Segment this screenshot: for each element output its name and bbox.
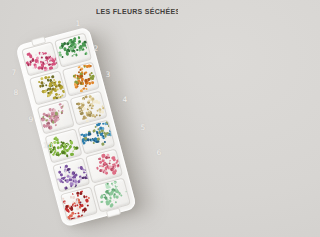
dried-flower-dot	[68, 171, 70, 173]
dried-flower-dot	[66, 154, 69, 157]
dried-flower-dot	[85, 171, 87, 173]
dried-flower-dot	[99, 122, 101, 124]
dried-flower-dot	[75, 54, 78, 57]
number-label-6: 6	[157, 148, 162, 157]
page-title: LES FLEURS SÉCHÉES	[96, 8, 174, 16]
dried-flower-dot	[85, 65, 89, 69]
compartment-12	[60, 186, 98, 221]
dried-flower-dot	[62, 90, 65, 93]
dried-flower-dot	[56, 62, 58, 64]
number-label-1: 1	[76, 19, 81, 28]
dried-flower-dot	[83, 141, 86, 144]
dried-flower-dot	[72, 193, 74, 195]
dried-flower-dot	[92, 142, 94, 144]
dried-flower-dot	[81, 176, 84, 179]
dried-flower-dot	[102, 137, 104, 139]
dried-flower-dot	[62, 198, 64, 200]
dried-flower-dot	[64, 201, 67, 204]
dried-flower-dot	[84, 53, 86, 55]
dried-flower-dot	[70, 152, 74, 156]
dried-flower-dot	[98, 114, 101, 117]
dried-flower-dot	[54, 118, 58, 122]
dried-flower-dot	[84, 95, 88, 99]
dried-flower-dot	[115, 201, 117, 203]
flower-case	[15, 26, 137, 227]
dried-flower-dot	[75, 212, 77, 214]
dried-flower-dot	[90, 107, 92, 109]
dried-flower-dot	[82, 98, 84, 100]
dried-flower-dot	[70, 185, 73, 188]
dried-flower-dot	[114, 169, 117, 172]
dried-flower-dot	[108, 124, 111, 127]
dried-flower-dot	[57, 80, 61, 84]
dried-flower-dot	[87, 204, 89, 206]
compartment-6	[93, 177, 131, 212]
number-label-7: 7	[12, 68, 17, 77]
dried-flower-dot	[66, 52, 70, 56]
product-photo: LES FLEURS SÉCHÉES 123456789101112	[0, 0, 178, 237]
dried-flower-dot	[120, 194, 123, 197]
dried-flower-dot	[79, 192, 82, 195]
dried-flower-dot	[96, 114, 98, 116]
dried-flower-dot	[93, 118, 95, 120]
dried-flower-dot	[82, 215, 85, 218]
dried-flower-dot	[74, 173, 78, 177]
dried-flower-dot	[59, 46, 62, 49]
dried-flower-dot	[54, 124, 56, 126]
number-label-5: 5	[141, 123, 146, 132]
dried-flower-dot	[53, 96, 56, 99]
dried-flower-dot	[85, 40, 89, 44]
dried-flower-dot	[86, 120, 90, 124]
dried-flower-dot	[85, 47, 87, 49]
number-label-9: 9	[29, 115, 34, 124]
dried-flower-dot	[58, 115, 60, 117]
dried-flower-dot	[49, 66, 53, 70]
dried-flower-dot	[86, 175, 88, 177]
dried-flower-dot	[83, 211, 85, 213]
number-label-8: 8	[14, 88, 19, 97]
dried-flower-dot	[56, 141, 60, 145]
dried-flower-dot	[73, 217, 77, 221]
dried-flower-dot	[87, 132, 91, 136]
dried-flower-dot	[62, 94, 64, 96]
dried-flower-dot	[118, 184, 120, 186]
dried-flower-dot	[97, 137, 100, 140]
dried-flower-dot	[65, 165, 68, 168]
dried-flower-dot	[69, 141, 73, 145]
dried-flower-dot	[125, 191, 127, 193]
dried-flower-dot	[85, 199, 89, 203]
dried-flower-dot	[55, 58, 59, 62]
compartment-grid	[21, 32, 131, 221]
dried-flower-dot	[83, 73, 85, 75]
dried-flower-dot	[83, 48, 85, 50]
dried-flower-dot	[109, 130, 112, 133]
dried-flower-dot	[59, 95, 62, 98]
dried-flower-dot	[75, 186, 77, 188]
number-label-3: 3	[106, 70, 111, 79]
dried-flower-dot	[101, 143, 104, 146]
dried-flower-dot	[59, 166, 61, 168]
dried-flower-dot	[102, 106, 105, 109]
dried-flower-dot	[70, 207, 74, 211]
dried-flower-dot	[61, 56, 64, 59]
dried-flower-dot	[51, 75, 54, 78]
dried-flower-dot	[74, 170, 76, 172]
dried-flower-dot	[78, 36, 81, 39]
number-label-4: 4	[123, 95, 128, 104]
dried-flower-dot	[104, 140, 106, 142]
dried-flower-dot	[45, 84, 48, 87]
